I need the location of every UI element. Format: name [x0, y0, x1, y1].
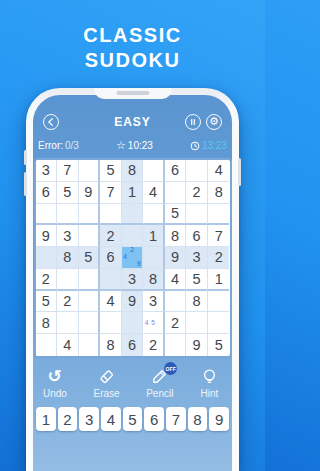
- error-label: Error:: [38, 140, 63, 151]
- cell-r9c8[interactable]: 9: [186, 334, 208, 356]
- cell-r9c1[interactable]: [36, 334, 58, 356]
- pencil-button[interactable]: OFF Pencil: [146, 367, 173, 399]
- cell-r2c1[interactable]: 6: [36, 182, 58, 204]
- numpad-2[interactable]: 2: [58, 407, 78, 431]
- cell-r4c8[interactable]: 6: [186, 225, 208, 247]
- cell-r9c9[interactable]: 5: [208, 334, 230, 356]
- cell-r9c5[interactable]: 6: [122, 334, 144, 356]
- cell-r2c4[interactable]: 7: [100, 182, 122, 204]
- erase-label: Erase: [93, 388, 119, 399]
- best-time: ☆ 10:23: [116, 140, 153, 151]
- cell-r4c4[interactable]: 2: [100, 225, 122, 247]
- cell-r5c7[interactable]: 9: [165, 247, 187, 269]
- clock-icon: [190, 141, 200, 151]
- cell-r7c4[interactable]: 4: [100, 291, 122, 313]
- cell-r7c3[interactable]: [79, 291, 101, 313]
- back-button[interactable]: [43, 114, 59, 130]
- timer: 13:23: [190, 140, 227, 151]
- cell-r6c6[interactable]: 8: [143, 269, 165, 291]
- volume-up-button: [24, 150, 27, 165]
- cell-r9c2[interactable]: 4: [57, 334, 79, 356]
- cell-r6c2[interactable]: [57, 269, 79, 291]
- cell-r6c8[interactable]: 5: [186, 269, 208, 291]
- cell-r1c5[interactable]: 8: [122, 160, 144, 182]
- cell-r4c1[interactable]: 9: [36, 225, 58, 247]
- cell-r7c6[interactable]: 3: [143, 291, 165, 313]
- numpad-8[interactable]: 8: [188, 407, 208, 431]
- cell-r9c6[interactable]: 2: [143, 334, 165, 356]
- cell-r1c9[interactable]: 4: [208, 160, 230, 182]
- cell-r7c8[interactable]: 8: [186, 291, 208, 313]
- note-digit: 4: [122, 254, 129, 261]
- cell-r5c5[interactable]: 249: [122, 247, 144, 269]
- volume-down-button: [24, 172, 27, 196]
- cell-r5c4[interactable]: 6: [100, 247, 122, 269]
- cell-r7c2[interactable]: 2: [57, 291, 79, 313]
- cell-r3c6[interactable]: [143, 204, 165, 226]
- cell-r7c9[interactable]: [208, 291, 230, 313]
- cell-r6c7[interactable]: 4: [165, 269, 187, 291]
- app-title-line2: SUDOKU: [0, 48, 265, 73]
- hint-button[interactable]: Hint: [200, 367, 219, 399]
- cell-r3c9[interactable]: [208, 204, 230, 226]
- cell-r7c5[interactable]: 9: [122, 291, 144, 313]
- app-title-line1: CLASSIC: [0, 23, 265, 48]
- cell-r5c3[interactable]: 5: [79, 247, 101, 269]
- cell-r3c7[interactable]: 5: [165, 204, 187, 226]
- note-digit: 2: [129, 247, 136, 254]
- cell-r3c5[interactable]: [122, 204, 144, 226]
- cell-r3c2[interactable]: [57, 204, 79, 226]
- undo-button[interactable]: ↺ Undo: [43, 367, 67, 399]
- cell-r1c2[interactable]: 7: [57, 160, 79, 182]
- pause-button[interactable]: [185, 114, 201, 130]
- phone-screen: EASY ⚙ Error:0/3 ☆ 10:23: [33, 95, 232, 471]
- cell-r2c8[interactable]: 2: [186, 182, 208, 204]
- cell-r8c4[interactable]: [100, 312, 122, 334]
- numpad-5[interactable]: 5: [123, 407, 143, 431]
- cell-r6c9[interactable]: 1: [208, 269, 230, 291]
- cell-r3c4[interactable]: [100, 204, 122, 226]
- best-time-value: 10:23: [128, 140, 153, 151]
- note-digit: 9: [135, 261, 142, 268]
- cell-r5c6[interactable]: [143, 247, 165, 269]
- sudoku-board: 3758646597142859321867856249932238451524…: [34, 158, 232, 358]
- cell-r2c5[interactable]: 1: [122, 182, 144, 204]
- undo-icon: ↺: [48, 368, 62, 385]
- cell-r1c3[interactable]: [79, 160, 101, 182]
- cell-r4c7[interactable]: 8: [165, 225, 187, 247]
- cell-r8c5[interactable]: [122, 312, 144, 334]
- numpad: 123456789: [33, 407, 232, 431]
- cell-r6c4[interactable]: [100, 269, 122, 291]
- cell-r8c7[interactable]: 2: [165, 312, 187, 334]
- numpad-6[interactable]: 6: [144, 407, 164, 431]
- error-value: 0/3: [65, 140, 79, 151]
- numpad-1[interactable]: 1: [36, 407, 56, 431]
- numpad-4[interactable]: 4: [101, 407, 121, 431]
- cell-r6c3[interactable]: [79, 269, 101, 291]
- cell-r1c6[interactable]: [143, 160, 165, 182]
- cell-r3c1[interactable]: [36, 204, 58, 226]
- cell-r4c2[interactable]: 3: [57, 225, 79, 247]
- cell-r2c6[interactable]: 4: [143, 182, 165, 204]
- cell-r5c2[interactable]: 8: [57, 247, 79, 269]
- phone-mockup: EASY ⚙ Error:0/3 ☆ 10:23: [26, 88, 239, 471]
- cell-r4c3[interactable]: [79, 225, 101, 247]
- cell-r2c9[interactable]: 8: [208, 182, 230, 204]
- difficulty-label: EASY: [81, 115, 184, 129]
- pencil-notes: 45: [143, 312, 163, 333]
- erase-button[interactable]: Erase: [93, 367, 119, 399]
- pencil-notes: 249: [122, 247, 143, 268]
- power-button: [238, 158, 241, 186]
- cell-r7c1[interactable]: 5: [36, 291, 58, 313]
- cell-r5c9[interactable]: 2: [208, 247, 230, 269]
- cell-r8c3[interactable]: [79, 312, 101, 334]
- cell-r5c8[interactable]: 3: [186, 247, 208, 269]
- pause-icon: [189, 118, 197, 126]
- cell-r1c8[interactable]: [186, 160, 208, 182]
- cell-r8c9[interactable]: [208, 312, 230, 334]
- cell-r8c6[interactable]: 45: [143, 312, 165, 334]
- cell-r7c7[interactable]: [165, 291, 187, 313]
- gear-icon: ⚙: [209, 116, 219, 127]
- hint-label: Hint: [201, 388, 219, 399]
- cell-r8c8[interactable]: [186, 312, 208, 334]
- cell-r2c7[interactable]: [165, 182, 187, 204]
- cell-r6c5[interactable]: 3: [122, 269, 144, 291]
- cell-r3c3[interactable]: [79, 204, 101, 226]
- chevron-left-icon: [46, 117, 56, 127]
- speaker-slot: [116, 91, 149, 95]
- numpad-3[interactable]: 3: [79, 407, 99, 431]
- cell-r9c7[interactable]: [165, 334, 187, 356]
- cell-r1c4[interactable]: 5: [100, 160, 122, 182]
- game-header: EASY ⚙: [33, 113, 232, 130]
- status-bar: Error:0/3 ☆ 10:23 13:23: [33, 140, 232, 151]
- cell-r4c6[interactable]: 1: [143, 225, 165, 247]
- cell-r4c9[interactable]: 7: [208, 225, 230, 247]
- error-counter: Error:0/3: [38, 140, 79, 151]
- undo-label: Undo: [43, 388, 67, 399]
- cell-r3c8[interactable]: [186, 204, 208, 226]
- numpad-9[interactable]: 9: [209, 407, 229, 431]
- cell-r9c4[interactable]: 8: [100, 334, 122, 356]
- pencil-label: Pencil: [146, 388, 173, 399]
- cell-r1c1[interactable]: 3: [36, 160, 58, 182]
- lightbulb-icon: [200, 367, 219, 386]
- cell-r8c1[interactable]: 8: [36, 312, 58, 334]
- eraser-icon: [97, 367, 116, 386]
- phone-notch: [94, 88, 172, 99]
- cell-r2c2[interactable]: 5: [57, 182, 79, 204]
- cell-r8c2[interactable]: [57, 312, 79, 334]
- star-icon: ☆: [116, 140, 126, 151]
- note-digit: 5: [150, 319, 157, 326]
- cell-r9c3[interactable]: [79, 334, 101, 356]
- timer-value: 13:23: [202, 140, 227, 151]
- cell-r6c1[interactable]: 2: [36, 269, 58, 291]
- cell-r4c5[interactable]: [122, 225, 144, 247]
- cell-r1c7[interactable]: 6: [165, 160, 187, 182]
- cell-r2c3[interactable]: 9: [79, 182, 101, 204]
- numpad-7[interactable]: 7: [166, 407, 186, 431]
- pencil-off-badge: OFF: [164, 362, 177, 375]
- toolbar: ↺ Undo Erase: [33, 367, 232, 399]
- app-title: CLASSIC SUDOKU: [0, 0, 265, 73]
- settings-button[interactable]: ⚙: [206, 114, 222, 130]
- cell-r5c1[interactable]: [36, 247, 58, 269]
